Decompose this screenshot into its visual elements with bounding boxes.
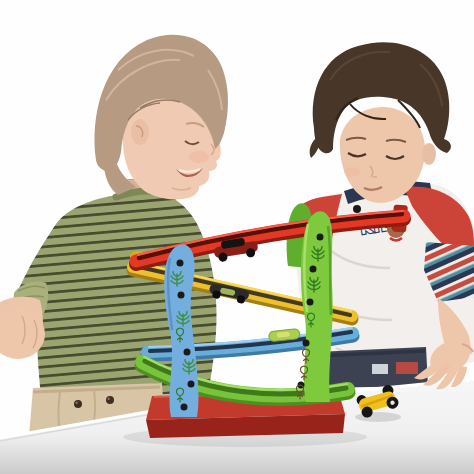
pillar-peg bbox=[181, 404, 188, 411]
pillar-peg bbox=[184, 349, 191, 356]
pillar-peg bbox=[310, 266, 317, 273]
pillar-peg bbox=[307, 299, 314, 306]
bottom-shade bbox=[0, 440, 474, 474]
pants-button bbox=[106, 396, 114, 404]
right-child-ear bbox=[422, 143, 436, 165]
left-child-blush bbox=[189, 151, 209, 163]
pants-button bbox=[74, 400, 82, 408]
pillar-peg bbox=[303, 340, 310, 347]
jeans-print-red bbox=[396, 362, 418, 374]
pants-button-highlight bbox=[76, 402, 78, 404]
scene-canvas: KIDS bbox=[0, 0, 474, 474]
photo-scene: KIDS bbox=[0, 0, 474, 474]
pillar-peg bbox=[177, 260, 184, 267]
pillar-peg bbox=[178, 292, 185, 299]
pillar-peg bbox=[188, 381, 195, 388]
right-child-blush bbox=[344, 167, 360, 177]
red-ramp-peg bbox=[353, 205, 361, 213]
jeans-print-light bbox=[372, 364, 388, 374]
pillar-peg bbox=[317, 234, 324, 241]
left-child-ear bbox=[131, 119, 149, 145]
pants-button-highlight bbox=[108, 398, 110, 400]
